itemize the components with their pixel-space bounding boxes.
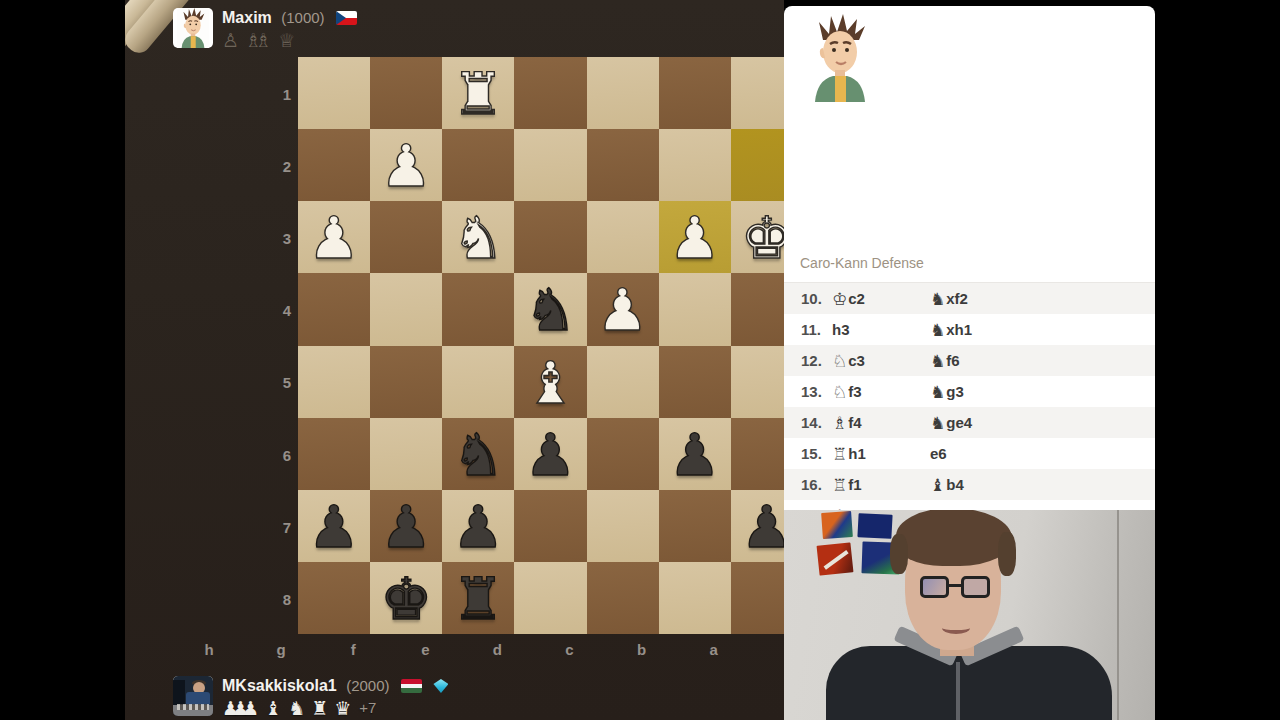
captured-rook: ♜ — [311, 697, 328, 719]
material-advantage: +7 — [359, 699, 376, 716]
piece-wN-f3[interactable]: ♞ — [442, 201, 514, 273]
bottom-player-avatar[interactable] — [173, 676, 213, 716]
figurine-bN-icon: ♞ — [930, 413, 945, 433]
piece-wR-f1[interactable]: ♜ — [442, 57, 514, 129]
square-b3[interactable]: ♚ — [731, 201, 784, 273]
move-row-10: 10.♔c2♞xf2 — [784, 283, 1155, 314]
square-d4[interactable]: ♟ — [587, 273, 659, 345]
file-label-c: c — [534, 641, 606, 658]
square-e7[interactable] — [514, 490, 586, 562]
file-label-b: b — [606, 641, 678, 658]
move-san: c2 — [848, 290, 865, 307]
streamer-hair — [896, 510, 1012, 566]
square-c5[interactable] — [659, 346, 731, 418]
piece-bP-c6[interactable]: ♟ — [659, 418, 731, 490]
square-e4[interactable]: ♞ — [514, 273, 586, 345]
square-c6[interactable]: ♟ — [659, 418, 731, 490]
page: Maxim (1000) ♙♗♗♕ MKsakkiskola1 (2000) — [0, 0, 1280, 720]
square-e3[interactable] — [514, 201, 586, 273]
move-number: 11. — [784, 321, 822, 338]
move-san: g3 — [946, 383, 964, 400]
move-white[interactable]: ♘f3 — [832, 382, 918, 402]
move-row-14: 14.♗f4♞ge4 — [784, 407, 1155, 438]
figurine-wK-icon: ♔ — [832, 289, 847, 309]
square-d2[interactable] — [587, 129, 659, 201]
move-black[interactable]: e6 — [930, 445, 1016, 462]
wall-art — [821, 511, 853, 539]
move-black[interactable]: ♝b4 — [930, 475, 1016, 495]
square-h5[interactable] — [298, 346, 370, 418]
square-d6[interactable] — [587, 418, 659, 490]
square-f4[interactable] — [442, 273, 514, 345]
move-san: h3 — [832, 321, 850, 338]
figurine-wN-icon: ♘ — [832, 351, 847, 371]
webcam-feed — [784, 510, 1155, 720]
piece-bP-h7[interactable]: ♟ — [298, 490, 370, 562]
square-e2[interactable] — [514, 129, 586, 201]
square-g2[interactable]: ♟ — [370, 129, 442, 201]
square-c8[interactable] — [659, 562, 731, 634]
piece-wB-e5[interactable]: ♝ — [514, 346, 586, 418]
square-b6[interactable] — [731, 418, 784, 490]
side-panel: Caro-Kann Defense 10.♔c2♞xf211.h3♞xh112.… — [784, 6, 1155, 510]
square-g3[interactable] — [370, 201, 442, 273]
move-number: 13. — [784, 383, 822, 400]
move-white[interactable]: ♔c2 — [832, 289, 918, 309]
square-b7[interactable]: ♟ — [731, 490, 784, 562]
top-player-avatar[interactable] — [173, 8, 213, 48]
captured-pawn-pawn-pawn: ♟♟♟ — [222, 697, 259, 719]
square-h1[interactable] — [298, 57, 370, 129]
move-black[interactable]: ♞g3 — [930, 382, 1016, 402]
top-captured-pieces: ♙♗♗♕ — [222, 29, 301, 51]
move-row-16: 16.♖f1♝b4 — [784, 469, 1155, 500]
square-f3[interactable]: ♞ — [442, 201, 514, 273]
diamond-membership-icon — [433, 679, 448, 693]
move-san: f6 — [946, 352, 959, 369]
square-f2[interactable] — [442, 129, 514, 201]
move-black[interactable]: ♞xf2 — [930, 289, 1016, 309]
top-player-name[interactable]: Maxim — [222, 9, 272, 26]
figurine-bN-icon: ♞ — [930, 320, 945, 340]
piece-bN-f6[interactable]: ♞ — [442, 418, 514, 490]
square-f7[interactable]: ♟ — [442, 490, 514, 562]
square-c4[interactable] — [659, 273, 731, 345]
file-label-h: h — [173, 641, 245, 658]
square-d1[interactable] — [587, 57, 659, 129]
figurine-bB-icon: ♝ — [930, 475, 945, 495]
square-b1[interactable] — [731, 57, 784, 129]
square-e5[interactable]: ♝ — [514, 346, 586, 418]
square-f5[interactable] — [442, 346, 514, 418]
square-b4[interactable] — [731, 273, 784, 345]
square-d5[interactable] — [587, 346, 659, 418]
square-c7[interactable] — [659, 490, 731, 562]
move-white[interactable]: h3 — [832, 321, 918, 338]
square-g5[interactable] — [370, 346, 442, 418]
move-number: 10. — [784, 290, 822, 307]
bottom-player-bar: MKsakkiskola1 (2000) ♟♟♟♝♞♜♛+7 — [173, 676, 773, 720]
square-e6[interactable]: ♟ — [514, 418, 586, 490]
move-white[interactable]: ♖h1 — [832, 444, 918, 464]
piece-wP-c3[interactable]: ♟ — [659, 201, 731, 273]
rank-label-3: 3 — [265, 230, 291, 247]
square-g7[interactable]: ♟ — [370, 490, 442, 562]
piece-bN-e4[interactable]: ♞ — [514, 273, 586, 345]
bottom-player-name[interactable]: MKsakkiskola1 — [222, 677, 337, 694]
figurine-wB-icon: ♗ — [832, 413, 847, 433]
move-black[interactable]: ♞f6 — [930, 351, 1016, 371]
move-san: f3 — [848, 383, 861, 400]
square-f6[interactable]: ♞ — [442, 418, 514, 490]
square-h7[interactable]: ♟ — [298, 490, 370, 562]
square-f1[interactable]: ♜ — [442, 57, 514, 129]
move-white[interactable]: ♖f1 — [832, 475, 918, 495]
piece-bK-g8[interactable]: ♚ — [370, 562, 442, 634]
rank-label-4: 4 — [265, 302, 291, 319]
square-f8[interactable]: ♜ — [442, 562, 514, 634]
square-h8[interactable] — [298, 562, 370, 634]
square-d3[interactable] — [587, 201, 659, 273]
captured-pawn: ♙ — [222, 29, 239, 51]
captured-bishop-bishop: ♗♗ — [245, 29, 272, 51]
figurine-wR-icon: ♖ — [832, 444, 847, 464]
captured-queen: ♛ — [334, 697, 351, 719]
move-white[interactable]: ♘c3 — [832, 351, 918, 371]
square-c2[interactable] — [659, 129, 731, 201]
piece-wP-d4[interactable]: ♟ — [587, 273, 659, 345]
piece-wP-g2[interactable]: ♟ — [370, 129, 442, 201]
file-label-e: e — [389, 641, 461, 658]
square-g6[interactable] — [370, 418, 442, 490]
opening-name: Caro-Kann Defense — [784, 250, 1155, 283]
move-list: 10.♔c2♞xf211.h3♞xh112.♘c3♞f613.♘f3♞g314.… — [784, 283, 1155, 510]
bottom-player-rating: (2000) — [346, 677, 389, 694]
figurine-bN-icon: ♞ — [930, 382, 945, 402]
move-row-15: 15.♖h1e6 — [784, 438, 1155, 469]
figurine-bN-icon: ♞ — [930, 289, 945, 309]
square-b5[interactable] — [731, 346, 784, 418]
move-row-13: 13.♘f3♞g3 — [784, 376, 1155, 407]
piece-bP-g7[interactable]: ♟ — [370, 490, 442, 562]
rank-label-6: 6 — [265, 447, 291, 464]
wall-art — [857, 513, 892, 539]
move-san: xh1 — [946, 321, 972, 338]
big-cartoon-avatar — [805, 14, 875, 102]
square-g1[interactable] — [370, 57, 442, 129]
square-d7[interactable] — [587, 490, 659, 562]
wall-cable — [1117, 510, 1119, 720]
move-white[interactable]: ♗f4 — [832, 413, 918, 433]
top-player-rating: (1000) — [281, 9, 324, 26]
file-label-g: g — [245, 641, 317, 658]
wall-art — [817, 542, 854, 575]
square-b2[interactable] — [731, 129, 784, 201]
rank-label-1: 1 — [265, 86, 291, 103]
captured-bishop: ♝ — [265, 697, 282, 719]
square-c3[interactable]: ♟ — [659, 201, 731, 273]
square-g8[interactable]: ♚ — [370, 562, 442, 634]
square-d8[interactable] — [587, 562, 659, 634]
move-row-12: 12.♘c3♞f6 — [784, 345, 1155, 376]
captured-queen: ♕ — [278, 29, 295, 51]
captured-knight: ♞ — [288, 697, 305, 719]
move-san: xf2 — [946, 290, 968, 307]
glasses — [920, 576, 990, 600]
piece-wP-h3[interactable]: ♟ — [298, 201, 370, 273]
rank-label-2: 2 — [265, 158, 291, 175]
move-san: c3 — [848, 352, 865, 369]
move-number: 16. — [784, 476, 822, 493]
square-e1[interactable] — [514, 57, 586, 129]
square-e8[interactable] — [514, 562, 586, 634]
file-label-d: d — [461, 641, 533, 658]
top-player-bar: Maxim (1000) ♙♗♗♕ — [173, 8, 773, 52]
figurine-bN-icon: ♞ — [930, 351, 945, 371]
chess-board: ♜♟♟♟♞♟♚♞♟♝♞♟♟♟♟♟♟♟♚♜♜ — [298, 57, 784, 634]
piece-wK-b3[interactable]: ♚ — [731, 201, 784, 273]
figurine-wN-icon: ♘ — [832, 382, 847, 402]
czech-flag-icon — [336, 11, 357, 25]
move-row-11: 11.h3♞xh1 — [784, 314, 1155, 345]
bottom-captured-pieces: ♟♟♟♝♞♜♛+7 — [222, 697, 376, 719]
move-number: 12. — [784, 352, 822, 369]
move-san: f1 — [848, 476, 861, 493]
move-number: 15. — [784, 445, 822, 462]
photo-avatar — [173, 676, 213, 716]
move-black[interactable]: ♞xh1 — [930, 320, 1016, 340]
square-h2[interactable] — [298, 129, 370, 201]
move-san: ge4 — [946, 414, 972, 431]
rank-label-8: 8 — [265, 591, 291, 608]
rank-label-7: 7 — [265, 519, 291, 536]
move-black[interactable]: ♞ge4 — [930, 413, 1016, 433]
piece-bR-f8[interactable]: ♜ — [442, 562, 514, 634]
move-san: e6 — [930, 445, 947, 462]
file-label-f: f — [317, 641, 389, 658]
move-number: 14. — [784, 414, 822, 431]
cartoon-avatar-small — [173, 8, 213, 48]
move-san: b4 — [946, 476, 964, 493]
figurine-wR-icon: ♖ — [832, 475, 847, 495]
piece-bP-e6[interactable]: ♟ — [514, 418, 586, 490]
square-h6[interactable] — [298, 418, 370, 490]
rank-label-5: 5 — [265, 374, 291, 391]
piece-bP-b7[interactable]: ♟ — [731, 490, 784, 562]
move-san: h1 — [848, 445, 866, 462]
square-b8[interactable] — [731, 562, 784, 634]
stream-background: Maxim (1000) ♙♗♗♕ MKsakkiskola1 (2000) — [125, 0, 784, 720]
hungary-flag-icon — [401, 679, 422, 693]
square-h3[interactable]: ♟ — [298, 201, 370, 273]
square-h4[interactable] — [298, 273, 370, 345]
move-row-17: 17.♗ — [784, 500, 1155, 510]
square-g4[interactable] — [370, 273, 442, 345]
square-c1[interactable] — [659, 57, 731, 129]
file-label-a: a — [678, 641, 750, 658]
move-san: f4 — [848, 414, 861, 431]
piece-bP-f7[interactable]: ♟ — [442, 490, 514, 562]
